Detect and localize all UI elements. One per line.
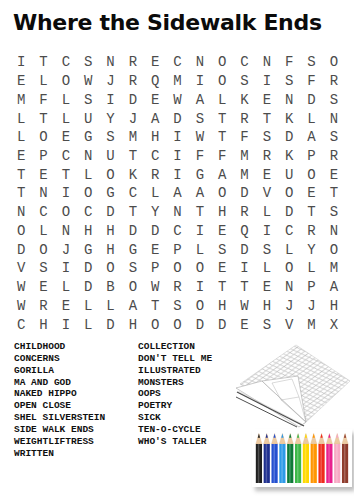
pencil bbox=[336, 444, 338, 483]
grid-cell: C bbox=[10, 315, 32, 334]
grid-cell: O bbox=[77, 184, 99, 203]
grid-cell: E bbox=[144, 90, 166, 109]
grid-cell: K bbox=[233, 90, 255, 109]
grid-cell: P bbox=[300, 278, 322, 297]
grid-cell: C bbox=[122, 184, 144, 203]
grid-cell: H bbox=[122, 315, 144, 334]
grid-cell: J bbox=[99, 72, 121, 91]
grid-cell: T bbox=[323, 184, 345, 203]
word-list-item: TEN-O-CYCLE bbox=[138, 424, 212, 436]
grid-cell: R bbox=[233, 109, 255, 128]
grid-cell: O bbox=[166, 315, 188, 334]
grid-cell: E bbox=[323, 165, 345, 184]
grid-cell: C bbox=[166, 222, 188, 241]
grid-cell: I bbox=[189, 222, 211, 241]
grid-cell: M bbox=[166, 72, 188, 91]
grid-cell: C bbox=[55, 53, 77, 72]
pencil bbox=[328, 444, 330, 483]
grid-cell: R bbox=[233, 203, 255, 222]
grid-cell: L bbox=[77, 315, 99, 334]
grid-cell: E bbox=[256, 90, 278, 109]
pencil bbox=[273, 444, 275, 483]
word-list-item: GORILLA bbox=[14, 365, 105, 377]
grid-cell: E bbox=[32, 165, 54, 184]
grid-cell: S bbox=[323, 90, 345, 109]
pencil bbox=[258, 434, 260, 438]
grid-cell: O bbox=[211, 184, 233, 203]
grid-cell: S bbox=[32, 259, 54, 278]
grid-cell: R bbox=[300, 222, 322, 241]
word-list-item: WHO'S TALLER bbox=[138, 436, 212, 448]
grid-cell: I bbox=[166, 147, 188, 166]
word-list-item: DON'T TELL ME bbox=[138, 353, 212, 365]
grid-cell: D bbox=[10, 240, 32, 259]
grid-cell: V bbox=[10, 259, 32, 278]
grid-cell: L bbox=[55, 278, 77, 297]
grid-cell: H bbox=[211, 203, 233, 222]
word-list-item: CHILDHOOD bbox=[14, 341, 105, 353]
grid-cell: P bbox=[144, 259, 166, 278]
grid-cell: A bbox=[122, 297, 144, 316]
grid-cell: M bbox=[10, 90, 32, 109]
grid-cell: L bbox=[10, 128, 32, 147]
word-search-grid: ITCSNRECNOCNFSOELOWJRQMIOSISFRMFLSIDEWAL… bbox=[10, 53, 345, 334]
grid-cell: E bbox=[10, 72, 32, 91]
grid-cell: B bbox=[99, 278, 121, 297]
grid-cell: I bbox=[55, 184, 77, 203]
pencil bbox=[266, 444, 268, 483]
grid-cell: W bbox=[10, 297, 32, 316]
grid-cell: H bbox=[99, 240, 121, 259]
grid-cell: T bbox=[10, 184, 32, 203]
grid-cell: W bbox=[144, 278, 166, 297]
grid-cell: L bbox=[55, 90, 77, 109]
grid-cell: M bbox=[323, 259, 345, 278]
grid-cell: W bbox=[189, 128, 211, 147]
grid-cell: C bbox=[144, 147, 166, 166]
grid-cell: S bbox=[166, 297, 188, 316]
grid-cell: Y bbox=[300, 240, 322, 259]
grid-cell: A bbox=[189, 184, 211, 203]
word-list-item: POETRY bbox=[138, 400, 212, 412]
pencil bbox=[336, 434, 338, 438]
grid-cell: O bbox=[32, 240, 54, 259]
grid-cell: A bbox=[144, 109, 166, 128]
grid-cell: O bbox=[122, 278, 144, 297]
grid-cell: E bbox=[55, 128, 77, 147]
grid-cell: U bbox=[77, 109, 99, 128]
grid-cell: O bbox=[189, 259, 211, 278]
grid-cell: O bbox=[211, 72, 233, 91]
grid-cell: N bbox=[323, 109, 345, 128]
grid-cell: S bbox=[122, 259, 144, 278]
grid-cell: T bbox=[300, 203, 322, 222]
grid-cell: S bbox=[189, 109, 211, 128]
grid-cell: I bbox=[99, 90, 121, 109]
pencil bbox=[313, 444, 315, 483]
grid-cell: I bbox=[256, 222, 278, 241]
pencil bbox=[320, 434, 322, 438]
grid-cell: D bbox=[211, 315, 233, 334]
grid-cell: W bbox=[10, 278, 32, 297]
grid-cell: D bbox=[233, 184, 255, 203]
grid-cell: T bbox=[144, 297, 166, 316]
grid-cell: G bbox=[77, 128, 99, 147]
grid-cell: N bbox=[278, 90, 300, 109]
pencil bbox=[328, 434, 330, 438]
grid-cell: H bbox=[99, 222, 121, 241]
grid-cell: I bbox=[233, 259, 255, 278]
grid-cell: L bbox=[144, 184, 166, 203]
grid-cell: F bbox=[278, 53, 300, 72]
grid-cell: L bbox=[32, 72, 54, 91]
grid-cell: S bbox=[300, 53, 322, 72]
grid-cell: R bbox=[323, 147, 345, 166]
grid-cell: E bbox=[10, 147, 32, 166]
grid-cell: C bbox=[166, 53, 188, 72]
grid-cell: N bbox=[278, 278, 300, 297]
grid-cell: D bbox=[77, 278, 99, 297]
grid-cell: V bbox=[278, 315, 300, 334]
grid-cell: C bbox=[278, 222, 300, 241]
grid-cell: N bbox=[10, 203, 32, 222]
grid-cell: T bbox=[189, 203, 211, 222]
grid-cell: Q bbox=[233, 222, 255, 241]
grid-cell: L bbox=[77, 165, 99, 184]
grid-cell: X bbox=[323, 315, 345, 334]
grid-cell: G bbox=[99, 184, 121, 203]
grid-cell: R bbox=[32, 297, 54, 316]
grid-cell: V bbox=[256, 184, 278, 203]
grid-cell: L bbox=[189, 240, 211, 259]
pencil bbox=[305, 434, 307, 438]
grid-cell: D bbox=[99, 315, 121, 334]
grid-cell: H bbox=[211, 297, 233, 316]
grid-cell: T bbox=[211, 109, 233, 128]
grid-cell: P bbox=[166, 240, 188, 259]
grid-cell: R bbox=[323, 72, 345, 91]
grid-cell: T bbox=[32, 53, 54, 72]
grid-cell: M bbox=[233, 147, 255, 166]
grid-cell: O bbox=[99, 165, 121, 184]
grid-cell: Y bbox=[99, 109, 121, 128]
pencil bbox=[344, 444, 346, 483]
grid-cell: S bbox=[278, 72, 300, 91]
grid-cell: T bbox=[10, 165, 32, 184]
grid-cell: O bbox=[10, 222, 32, 241]
pencil bbox=[320, 444, 322, 483]
pencil bbox=[305, 444, 307, 483]
grid-cell: P bbox=[300, 147, 322, 166]
grid-cell: E bbox=[144, 240, 166, 259]
grid-cell: J bbox=[278, 297, 300, 316]
grid-cell: D bbox=[189, 315, 211, 334]
grid-cell: T bbox=[211, 128, 233, 147]
grid-cell: O bbox=[300, 165, 322, 184]
grid-cell: S bbox=[211, 240, 233, 259]
grid-cell: L bbox=[256, 259, 278, 278]
grid-cell: O bbox=[211, 53, 233, 72]
grid-cell: O bbox=[278, 184, 300, 203]
grid-cell: S bbox=[256, 315, 278, 334]
grid-cell: O bbox=[166, 259, 188, 278]
grid-cell: I bbox=[189, 278, 211, 297]
grid-cell: G bbox=[77, 240, 99, 259]
grid-cell: N bbox=[256, 53, 278, 72]
grid-cell: K bbox=[278, 147, 300, 166]
grid-cell: I bbox=[256, 72, 278, 91]
word-list-right: COLLECTIONDON'T TELL MEILLUSTRATEDMONSTE… bbox=[138, 341, 212, 448]
grid-cell: T bbox=[256, 109, 278, 128]
grid-cell: E bbox=[233, 315, 255, 334]
grid-cell: F bbox=[189, 147, 211, 166]
pencil bbox=[344, 434, 346, 438]
grid-cell: N bbox=[55, 222, 77, 241]
grid-cell: Q bbox=[144, 72, 166, 91]
grid-cell: A bbox=[189, 90, 211, 109]
pencil bbox=[313, 434, 315, 438]
grid-cell: A bbox=[300, 128, 322, 147]
grid-cell: D bbox=[144, 222, 166, 241]
grid-cell: F bbox=[32, 90, 54, 109]
grid-cell: J bbox=[122, 109, 144, 128]
grid-cell: I bbox=[55, 315, 77, 334]
grid-cell: J bbox=[55, 240, 77, 259]
grid-cell: E bbox=[256, 278, 278, 297]
grid-cell: S bbox=[77, 53, 99, 72]
grid-cell: A bbox=[166, 184, 188, 203]
grid-cell: K bbox=[278, 109, 300, 128]
grid-cell: F bbox=[300, 72, 322, 91]
grid-cell: E bbox=[32, 278, 54, 297]
grid-cell: O bbox=[99, 259, 121, 278]
grid-cell: N bbox=[323, 222, 345, 241]
pencil bbox=[281, 444, 283, 483]
grid-cell: E bbox=[300, 184, 322, 203]
grid-cell: C bbox=[55, 147, 77, 166]
word-list-item: CONCERNS bbox=[14, 353, 105, 365]
grid-cell: A bbox=[323, 278, 345, 297]
grid-cell: R bbox=[122, 53, 144, 72]
grid-cell: U bbox=[99, 147, 121, 166]
grid-cell: L bbox=[32, 222, 54, 241]
word-list-item: SICK bbox=[138, 412, 212, 424]
grid-cell: S bbox=[256, 240, 278, 259]
word-list-item: MA AND GOD bbox=[14, 377, 105, 389]
word-list-item: ILLUSTRATED bbox=[138, 365, 212, 377]
grid-cell: O bbox=[323, 53, 345, 72]
grid-cell: W bbox=[77, 72, 99, 91]
word-list-item: OPEN CLOSE bbox=[14, 400, 105, 412]
grid-cell: D bbox=[99, 203, 121, 222]
grid-cell: E bbox=[211, 259, 233, 278]
grid-cell: C bbox=[233, 53, 255, 72]
grid-cell: T bbox=[211, 278, 233, 297]
grid-cell: N bbox=[99, 53, 121, 72]
grid-cell: S bbox=[256, 128, 278, 147]
grid-cell: R bbox=[256, 147, 278, 166]
grid-cell: L bbox=[256, 203, 278, 222]
grid-cell: M bbox=[233, 165, 255, 184]
grid-cell: I bbox=[10, 53, 32, 72]
grid-cell: D bbox=[122, 222, 144, 241]
grid-cell: D bbox=[166, 109, 188, 128]
word-list-item: COLLECTION bbox=[138, 341, 212, 353]
grid-cell: P bbox=[32, 147, 54, 166]
grid-cell: F bbox=[211, 147, 233, 166]
word-list-item: NAKED HIPPO bbox=[14, 388, 105, 400]
grid-cell: Y bbox=[144, 203, 166, 222]
grid-cell: H bbox=[144, 128, 166, 147]
grid-cell: C bbox=[77, 203, 99, 222]
grid-cell: E bbox=[211, 222, 233, 241]
word-list-item: SHEL SILVERSTEIN bbox=[14, 412, 105, 424]
grid-cell: T bbox=[233, 278, 255, 297]
grid-cell: M bbox=[300, 315, 322, 334]
grid-cell: N bbox=[189, 53, 211, 72]
grid-cell: E bbox=[144, 53, 166, 72]
grid-cell: D bbox=[233, 240, 255, 259]
word-list-item: SIDE WALK ENDS bbox=[14, 424, 105, 436]
grid-cell: D bbox=[278, 128, 300, 147]
grid-cell: O bbox=[55, 72, 77, 91]
grid-cell: T bbox=[122, 147, 144, 166]
grid-cell: A bbox=[211, 165, 233, 184]
grid-cell: I bbox=[55, 259, 77, 278]
sidewalk-illustration bbox=[236, 334, 352, 428]
grid-cell: R bbox=[166, 278, 188, 297]
grid-cell: L bbox=[55, 109, 77, 128]
grid-cell: S bbox=[99, 128, 121, 147]
word-list-left: CHILDHOODCONCERNSGORILLAMA AND GODNAKED … bbox=[14, 341, 105, 459]
grid-cell: L bbox=[300, 109, 322, 128]
grid-cell: O bbox=[189, 297, 211, 316]
colored-pencils-svg bbox=[252, 429, 352, 487]
pencil bbox=[266, 434, 268, 438]
grid-cell: N bbox=[32, 184, 54, 203]
grid-cell: L bbox=[211, 90, 233, 109]
grid-cell: D bbox=[122, 90, 144, 109]
grid-cell: H bbox=[256, 297, 278, 316]
grid-cell: C bbox=[32, 203, 54, 222]
word-list-item: OOPS bbox=[138, 388, 212, 400]
grid-cell: J bbox=[300, 297, 322, 316]
grid-cell: G bbox=[189, 165, 211, 184]
grid-cell: L bbox=[10, 109, 32, 128]
grid-cell: U bbox=[278, 165, 300, 184]
grid-cell: O bbox=[32, 128, 54, 147]
grid-cell: S bbox=[77, 90, 99, 109]
grid-cell: S bbox=[233, 72, 255, 91]
grid-cell: R bbox=[122, 72, 144, 91]
pencil bbox=[297, 434, 299, 438]
grid-cell: F bbox=[233, 128, 255, 147]
grid-cell: N bbox=[77, 147, 99, 166]
grid-cell: I bbox=[166, 165, 188, 184]
grid-cell: D bbox=[278, 203, 300, 222]
grid-cell: O bbox=[278, 259, 300, 278]
word-list-item: WEIGHTLIFTRESS bbox=[14, 436, 105, 448]
grid-cell: R bbox=[144, 165, 166, 184]
grid-cell: T bbox=[32, 109, 54, 128]
pencil bbox=[297, 444, 299, 483]
grid-cell: W bbox=[166, 90, 188, 109]
grid-cell: W bbox=[233, 297, 255, 316]
grid-cell: T bbox=[122, 203, 144, 222]
pencil bbox=[273, 434, 275, 438]
grid-cell: D bbox=[77, 259, 99, 278]
grid-cell: E bbox=[256, 165, 278, 184]
grid-cell: K bbox=[122, 165, 144, 184]
grid-cell: L bbox=[99, 297, 121, 316]
grid-cell: H bbox=[77, 222, 99, 241]
grid-cell: D bbox=[300, 90, 322, 109]
grid-cell: L bbox=[278, 240, 300, 259]
word-list-item: MONSTERS bbox=[138, 377, 212, 389]
grid-cell: I bbox=[189, 72, 211, 91]
pencil bbox=[289, 434, 291, 438]
grid-cell: O bbox=[323, 240, 345, 259]
worksheet-page: Where the Sidewalk Ends ITCSNRECNOCNFSOE… bbox=[0, 0, 354, 500]
pencil bbox=[281, 434, 283, 438]
grid-cell: S bbox=[323, 203, 345, 222]
grid-cell: H bbox=[323, 297, 345, 316]
grid-cell: L bbox=[77, 297, 99, 316]
grid-cell: I bbox=[166, 128, 188, 147]
word-list-item: WRITTEN bbox=[14, 448, 105, 460]
grid-cell: O bbox=[55, 203, 77, 222]
grid-cell: H bbox=[32, 315, 54, 334]
colored-pencils bbox=[252, 429, 352, 487]
grid-cell: E bbox=[55, 297, 77, 316]
grid-cell: N bbox=[166, 203, 188, 222]
grid-cell: M bbox=[122, 128, 144, 147]
puzzle-title: Where the Sidewalk Ends bbox=[13, 10, 322, 35]
pencil bbox=[289, 444, 291, 483]
grid-cell: O bbox=[144, 315, 166, 334]
grid-cell: G bbox=[122, 240, 144, 259]
grid-cell: S bbox=[323, 128, 345, 147]
grid-cell: L bbox=[300, 259, 322, 278]
pencil bbox=[258, 444, 260, 483]
grid-cell: T bbox=[55, 165, 77, 184]
